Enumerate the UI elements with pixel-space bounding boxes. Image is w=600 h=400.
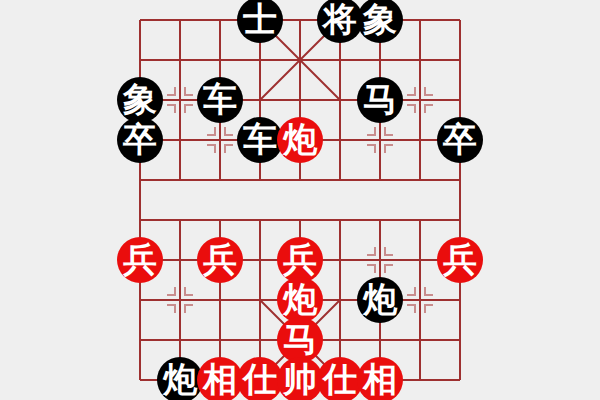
piece-red-elephant[interactable]: 相 <box>357 357 403 400</box>
piece-black-soldier[interactable]: 卒 <box>117 117 163 163</box>
point-marker-bracket <box>167 304 176 313</box>
point-marker-bracket <box>184 304 193 313</box>
point-marker-bracket <box>424 104 433 113</box>
point-marker-bracket <box>407 104 416 113</box>
point-marker-bracket <box>184 104 193 113</box>
point-marker-bracket <box>424 87 433 96</box>
point-marker-bracket <box>367 247 376 256</box>
piece-black-elephant[interactable]: 象 <box>357 0 403 43</box>
point-marker-bracket <box>207 127 216 136</box>
point-marker-bracket <box>384 247 393 256</box>
point-marker-bracket <box>367 264 376 273</box>
piece-red-soldier[interactable]: 兵 <box>197 237 243 283</box>
point-marker-bracket <box>167 87 176 96</box>
piece-black-soldier[interactable]: 卒 <box>437 117 483 163</box>
point-marker-bracket <box>367 144 376 153</box>
point-marker-bracket <box>207 144 216 153</box>
point-marker-bracket <box>407 287 416 296</box>
point-marker-bracket <box>407 87 416 96</box>
piece-black-chariot[interactable]: 车 <box>197 77 243 123</box>
point-marker-bracket <box>184 287 193 296</box>
piece-black-horse[interactable]: 马 <box>357 77 403 123</box>
piece-black-cannon[interactable]: 炮 <box>357 277 403 323</box>
piece-black-advisor[interactable]: 士 <box>237 0 283 43</box>
point-marker-bracket <box>384 144 393 153</box>
piece-red-cannon[interactable]: 炮 <box>277 117 323 163</box>
point-marker-bracket <box>224 127 233 136</box>
point-marker-bracket <box>167 287 176 296</box>
point-marker-bracket <box>384 127 393 136</box>
piece-red-soldier[interactable]: 兵 <box>117 237 163 283</box>
point-marker-bracket <box>384 264 393 273</box>
point-marker-bracket <box>167 104 176 113</box>
point-marker-bracket <box>184 87 193 96</box>
point-marker-bracket <box>407 304 416 313</box>
point-marker-bracket <box>224 144 233 153</box>
piece-red-soldier[interactable]: 兵 <box>437 237 483 283</box>
point-marker-bracket <box>367 127 376 136</box>
xiangqi-board[interactable]: 士将象象车马卒车炮卒兵兵兵兵炮炮马炮相仕帅仕相 <box>0 0 600 400</box>
point-marker-bracket <box>424 287 433 296</box>
point-marker-bracket <box>424 304 433 313</box>
